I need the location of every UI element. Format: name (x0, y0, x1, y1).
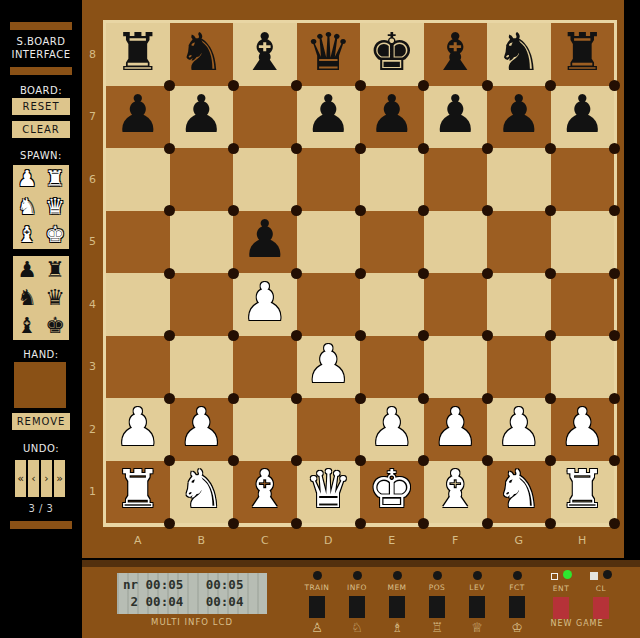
cl-button[interactable] (593, 597, 609, 619)
spawn-white-king[interactable]: ♚ (41, 221, 69, 249)
mem-label: MEM (387, 583, 406, 592)
multi-info-lcd: nr 00:05 00:05 2 00:04 00:04 (117, 573, 267, 614)
square-d7[interactable]: ♟ (297, 86, 361, 149)
spawn-white-pawn[interactable]: ♟ (13, 165, 41, 193)
undo-counter: 3 / 3 (0, 503, 82, 514)
square-f4[interactable] (424, 273, 488, 336)
spawn-section-label: SPAWN: (0, 150, 82, 161)
white-queen-d1[interactable]: ♛ (305, 463, 352, 515)
rank-label-6: 6 (82, 148, 103, 211)
black-pawn-f7[interactable]: ♟ (432, 88, 479, 140)
rank-label-7: 7 (82, 86, 103, 149)
ent-led-green (563, 570, 572, 579)
square-g2[interactable]: ♟ (487, 398, 551, 461)
file-label-H: H (551, 534, 615, 547)
divider-bar (10, 22, 72, 30)
white-pawn-a2[interactable]: ♟ (114, 401, 161, 453)
ent-label: ENT (553, 584, 569, 593)
black-rook-h8[interactable]: ♜ (559, 26, 606, 78)
undo-controls: «‹›» (15, 460, 67, 497)
square-a6[interactable] (106, 148, 170, 211)
file-labels: ABCDEFGH (106, 534, 614, 547)
square-b6[interactable] (170, 148, 234, 211)
rook-icon: ♖ (431, 621, 443, 634)
square-d3[interactable]: ♟ (297, 336, 361, 399)
spawn-black-bishop[interactable]: ♝ (13, 312, 41, 340)
lcd-line1: nr 00:05 00:05 (123, 577, 243, 592)
square-e6[interactable] (360, 148, 424, 211)
square-c8[interactable]: ♝ (233, 23, 297, 86)
white-pawn-f2[interactable]: ♟ (432, 401, 479, 453)
console-panel: nr 00:05 00:05 2 00:04 00:04 MULTI INFO … (82, 560, 640, 638)
square-f1[interactable]: ♝ (424, 461, 488, 524)
square-f7[interactable]: ♟ (424, 86, 488, 149)
mem-group: MEM♗ (384, 571, 410, 634)
rank-label-2: 2 (82, 398, 103, 461)
white-square-indicator-icon (551, 573, 558, 580)
square-h4[interactable] (551, 273, 615, 336)
square-b5[interactable] (170, 211, 234, 274)
black-pawn-g7[interactable]: ♟ (495, 88, 542, 140)
spawn-white-bishop[interactable]: ♝ (13, 221, 41, 249)
reset-button[interactable]: RESET (12, 98, 70, 115)
black-rook-a8[interactable]: ♜ (114, 26, 161, 78)
info-led (353, 571, 362, 580)
square-g5[interactable] (487, 211, 551, 274)
square-g1[interactable]: ♞ (487, 461, 551, 524)
cl-label: CL (596, 584, 606, 593)
hand-slot[interactable] (14, 362, 66, 408)
square-e5[interactable] (360, 211, 424, 274)
square-b3[interactable] (170, 336, 234, 399)
file-label-F: F (424, 534, 488, 547)
square-h6[interactable] (551, 148, 615, 211)
board-section-label: BOARD: (0, 85, 82, 96)
board-frame: ♜♞♝♛♚♝♞♜♟♟♟♟♟♟♟♟♟♟♟♟♟♟♟♟♜♞♝♛♚♝♞♜ 8765432… (82, 0, 624, 558)
pos-group: POS♖ (424, 571, 450, 634)
square-d6[interactable] (297, 148, 361, 211)
app-title-line2: INTERFACE (0, 49, 82, 60)
sidebar: S.BOARD INTERFACE BOARD: RESET CLEAR SPA… (0, 0, 82, 638)
lcd-caption: MULTI INFO LCD (117, 617, 267, 627)
square-a7[interactable]: ♟ (106, 86, 170, 149)
square-g8[interactable]: ♞ (487, 23, 551, 86)
white-rook-h1[interactable]: ♜ (559, 463, 606, 515)
lev-button[interactable] (469, 596, 485, 618)
black-pawn-b7[interactable]: ♟ (178, 88, 225, 140)
black-pawn-h7[interactable]: ♟ (559, 88, 606, 140)
file-label-D: D (297, 534, 361, 547)
undo-section-label: UNDO: (0, 443, 82, 454)
hand-section-label: HAND: (0, 349, 82, 360)
black-pawn-d7[interactable]: ♟ (305, 88, 352, 140)
white-knight-b1[interactable]: ♞ (178, 463, 225, 515)
white-pawn-c4[interactable]: ♟ (241, 276, 288, 328)
rank-label-4: 4 (82, 273, 103, 336)
file-label-E: E (360, 534, 424, 547)
square-b7[interactable]: ♟ (170, 86, 234, 149)
fct-button[interactable] (509, 596, 525, 618)
square-c4[interactable]: ♟ (233, 273, 297, 336)
white-pawn-e2[interactable]: ♟ (368, 401, 415, 453)
square-c3[interactable] (233, 336, 297, 399)
square-e7[interactable]: ♟ (360, 86, 424, 149)
square-f6[interactable] (424, 148, 488, 211)
square-g4[interactable] (487, 273, 551, 336)
undo-back-button[interactable]: ‹ (28, 460, 39, 497)
spawn-black-knight[interactable]: ♞ (13, 284, 41, 312)
pos-label: POS (429, 583, 446, 592)
square-g3[interactable] (487, 336, 551, 399)
square-d1[interactable]: ♛ (297, 461, 361, 524)
lev-led (473, 571, 482, 580)
lev-label: LEV (469, 583, 485, 592)
square-d8[interactable]: ♛ (297, 23, 361, 86)
info-label: INFO (347, 583, 367, 592)
pawn-icon: ♙ (311, 621, 323, 634)
black-pawn-e7[interactable]: ♟ (368, 88, 415, 140)
undo-forward-button[interactable]: › (41, 460, 52, 497)
train-led (313, 571, 322, 580)
spawn-white-queen[interactable]: ♛ (41, 193, 69, 221)
square-c7[interactable] (233, 86, 297, 149)
white-bishop-f1[interactable]: ♝ (432, 463, 479, 515)
square-f8[interactable]: ♝ (424, 23, 488, 86)
cl-led (603, 570, 612, 579)
square-c6[interactable] (233, 148, 297, 211)
white-pawn-b2[interactable]: ♟ (178, 401, 225, 453)
square-a3[interactable] (106, 336, 170, 399)
square-h2[interactable]: ♟ (551, 398, 615, 461)
lev-group: LEV♕ (464, 571, 490, 634)
fct-group: FCT♔ (504, 571, 530, 634)
black-bishop-c8[interactable]: ♝ (241, 26, 288, 78)
spawn-black-queen[interactable]: ♛ (41, 284, 69, 312)
square-f2[interactable]: ♟ (424, 398, 488, 461)
train-group: TRAIN♙ (304, 571, 330, 634)
white-rook-a1[interactable]: ♜ (114, 463, 161, 515)
square-g6[interactable] (487, 148, 551, 211)
square-a1[interactable]: ♜ (106, 461, 170, 524)
train-label: TRAIN (305, 583, 330, 592)
square-h8[interactable]: ♜ (551, 23, 615, 86)
white-pawn-d3[interactable]: ♟ (305, 338, 352, 390)
square-h3[interactable] (551, 336, 615, 399)
file-label-C: C (233, 534, 297, 547)
square-b8[interactable]: ♞ (170, 23, 234, 86)
square-d2[interactable] (297, 398, 361, 461)
square-c5[interactable]: ♟ (233, 211, 297, 274)
square-b4[interactable] (170, 273, 234, 336)
square-e8[interactable]: ♚ (360, 23, 424, 86)
fct-led (513, 571, 522, 580)
remove-button[interactable]: REMOVE (12, 413, 70, 430)
spawn-white-knight[interactable]: ♞ (13, 193, 41, 221)
divider-bar (10, 67, 72, 75)
white-pawn-h2[interactable]: ♟ (559, 401, 606, 453)
square-e3[interactable] (360, 336, 424, 399)
white-bishop-c1[interactable]: ♝ (241, 463, 288, 515)
square-a2[interactable]: ♟ (106, 398, 170, 461)
spawn-black-rook[interactable]: ♜ (41, 256, 69, 284)
file-label-A: A (106, 534, 170, 547)
file-label-G: G (487, 534, 551, 547)
pos-button[interactable] (429, 596, 445, 618)
undo-first-button[interactable]: « (15, 460, 26, 497)
square-c2[interactable] (233, 398, 297, 461)
rank-label-3: 3 (82, 336, 103, 399)
square-d4[interactable] (297, 273, 361, 336)
square-e2[interactable]: ♟ (360, 398, 424, 461)
black-queen-d8[interactable]: ♛ (305, 26, 352, 78)
square-c1[interactable]: ♝ (233, 461, 297, 524)
clear-button[interactable]: CLEAR (12, 121, 70, 138)
new-game-label: NEW GAME (537, 619, 617, 628)
filled-square-indicator-icon (590, 572, 598, 580)
rank-labels: 87654321 (82, 23, 103, 523)
square-e1[interactable]: ♚ (360, 461, 424, 524)
square-f5[interactable] (424, 211, 488, 274)
white-knight-g1[interactable]: ♞ (495, 463, 542, 515)
square-g7[interactable]: ♟ (487, 86, 551, 149)
fct-label: FCT (509, 583, 525, 592)
mem-led (393, 571, 402, 580)
square-h5[interactable] (551, 211, 615, 274)
square-d5[interactable] (297, 211, 361, 274)
info-group: INFO♘ (344, 571, 370, 634)
train-button[interactable] (309, 596, 325, 618)
ent-button[interactable] (553, 597, 569, 619)
rank-label-5: 5 (82, 211, 103, 274)
square-f3[interactable] (424, 336, 488, 399)
undo-last-button[interactable]: » (54, 460, 65, 497)
spawn-panel-black: ♟♜♞♛♝♚ (13, 256, 69, 340)
square-a5[interactable] (106, 211, 170, 274)
file-label-B: B (170, 534, 234, 547)
square-a4[interactable] (106, 273, 170, 336)
rank-label-1: 1 (82, 461, 103, 524)
bishop-icon: ♗ (391, 621, 403, 634)
pos-led (433, 571, 442, 580)
spawn-panel-white: ♟♜♞♛♝♚ (13, 165, 69, 249)
square-b2[interactable]: ♟ (170, 398, 234, 461)
black-king-e8[interactable]: ♚ (368, 26, 415, 78)
square-e4[interactable] (360, 273, 424, 336)
knight-icon: ♘ (351, 621, 363, 634)
mem-button[interactable] (389, 596, 405, 618)
square-h7[interactable]: ♟ (551, 86, 615, 149)
black-knight-g8[interactable]: ♞ (495, 26, 542, 78)
spawn-black-king[interactable]: ♚ (41, 312, 69, 340)
king-icon: ♔ (511, 621, 523, 634)
queen-icon: ♕ (471, 621, 483, 634)
black-bishop-f8[interactable]: ♝ (432, 26, 479, 78)
divider-bar (10, 521, 72, 529)
spawn-black-pawn[interactable]: ♟ (13, 256, 41, 284)
black-pawn-c5[interactable]: ♟ (241, 213, 288, 265)
black-knight-b8[interactable]: ♞ (178, 26, 225, 78)
board-grid: ♜♞♝♛♚♝♞♜♟♟♟♟♟♟♟♟♟♟♟♟♟♟♟♟♜♞♝♛♚♝♞♜ (106, 23, 614, 523)
square-a8[interactable]: ♜ (106, 23, 170, 86)
info-button[interactable] (349, 596, 365, 618)
app-title-line1: S.BOARD (0, 36, 82, 47)
square-b1[interactable]: ♞ (170, 461, 234, 524)
white-pawn-g2[interactable]: ♟ (495, 401, 542, 453)
black-pawn-a7[interactable]: ♟ (114, 88, 161, 140)
square-h1[interactable]: ♜ (551, 461, 615, 524)
lcd-line2: 2 00:04 00:04 (123, 594, 243, 609)
rank-label-8: 8 (82, 23, 103, 86)
spawn-white-rook[interactable]: ♜ (41, 165, 69, 193)
white-king-e1[interactable]: ♚ (368, 463, 415, 515)
